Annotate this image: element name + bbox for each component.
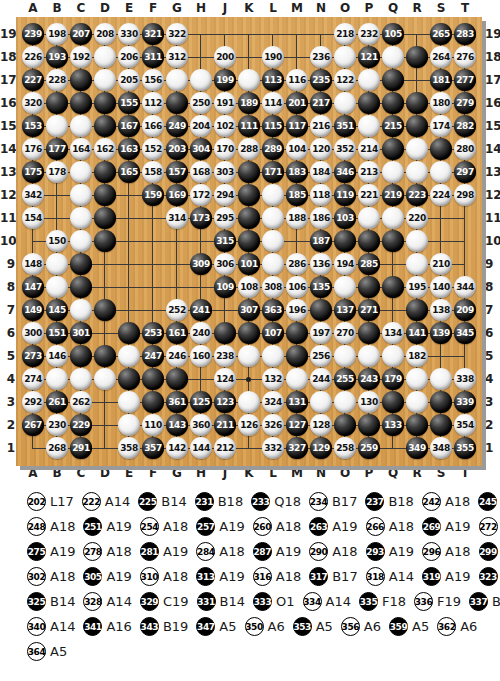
black-stone-E4 [118,368,140,390]
black-stone-C17 [70,69,92,91]
caption-move-coordinate: B17 [332,569,357,584]
coord-label-col-G: G [165,0,189,17]
white-stone-L8: 308 [262,276,284,298]
coord-label-col-T: T [453,466,477,482]
white-stone-J11: 295 [214,207,236,229]
board-point-E10 [117,230,141,253]
board-point-K5 [237,345,261,368]
board-point-K2: 126 [237,414,261,437]
black-stone-M12: 185 [286,184,308,206]
white-stone-D14: 162 [94,138,116,160]
white-stone-N18: 236 [310,46,332,68]
black-move-number-circle: 269 [422,517,441,536]
white-stone-G11: 314 [166,207,188,229]
board-point-T10 [453,230,477,253]
board-point-A13: 175 [21,161,45,184]
black-stone-G6: 161 [166,322,188,344]
board-point-F19: 321 [141,23,165,46]
board-point-P17 [357,69,381,92]
white-stone-S16: 180 [430,92,452,114]
caption-move-333: 333O1 [253,592,295,611]
white-stone-T18: 276 [454,46,476,68]
black-stone-P6 [358,322,380,344]
black-stone-L7: 363 [262,299,284,321]
white-stone-L2: 326 [262,414,284,436]
white-stone-L9 [262,253,284,275]
black-move-number-circle: 343 [140,617,159,636]
board-point-M4 [285,368,309,391]
board-point-A15: 153 [21,115,45,138]
coord-label-col-J: J [213,466,237,482]
black-stone-T15: 282 [454,115,476,137]
board-point-B13: 178 [45,161,69,184]
black-stone-B6: 151 [46,322,68,344]
board-point-Q6: 134 [381,322,405,345]
board-point-H7: 241 [189,299,213,322]
black-stone-D10 [94,230,116,252]
black-stone-K12 [238,184,260,206]
white-move-number-circle: 310 [140,567,159,586]
coord-label-row-18: 18 [0,46,16,69]
coord-label-row-7: 7 [482,299,498,322]
board-point-E5 [117,345,141,368]
caption-move-coordinate: C19 [163,594,189,609]
board-point-S6: 139 [429,322,453,345]
caption-move-364: 364A5 [27,642,67,661]
board-point-D17 [93,69,117,92]
board-point-L7: 363 [261,299,285,322]
black-stone-S2 [430,414,452,436]
board-point-P9: 285 [357,253,381,276]
caption-move-290: 290A18 [309,542,357,561]
board-point-C6: 301 [69,322,93,345]
board-point-S5 [429,345,453,368]
caption-move-359: 359A5 [389,617,429,636]
board-point-K14: 288 [237,138,261,161]
board-point-D10 [93,230,117,253]
black-stone-T7: 209 [454,299,476,321]
white-stone-J16: 191 [214,92,236,114]
black-stone-D7 [94,299,116,321]
board-point-D14: 162 [93,138,117,161]
board-point-O18 [333,46,357,69]
board-point-E17: 205 [117,69,141,92]
board-point-H15: 204 [189,115,213,138]
board-point-F2: 110 [141,414,165,437]
board-point-L2: 326 [261,414,285,437]
board-point-G8 [165,276,189,299]
white-stone-P11 [358,207,380,229]
black-stone-T6: 345 [454,322,476,344]
board-point-N13: 184 [309,161,333,184]
coord-label-row-19: 19 [0,23,16,46]
board-point-K9: 101 [237,253,261,276]
star-point-K4 [246,377,251,382]
board-point-D7 [93,299,117,322]
white-stone-O6: 270 [334,322,356,344]
caption-move-222: 222A14 [82,492,130,511]
board-point-H3: 125 [189,391,213,414]
coord-label-row-10: 10 [0,230,16,253]
black-stone-A15: 153 [22,115,44,137]
caption-move-coordinate: B18 [218,494,243,509]
caption-move-coordinate: A5 [50,644,67,659]
white-stone-O3 [334,391,356,413]
coord-label-col-J: J [213,0,237,17]
white-stone-B13: 178 [46,161,68,183]
board-point-F6: 253 [141,322,165,345]
board-point-E13: 165 [117,161,141,184]
coord-label-row-5: 5 [482,345,498,368]
board-point-L3: 324 [261,391,285,414]
black-stone-P16 [358,92,380,114]
board-point-M14: 104 [285,138,309,161]
goban-grid: 2391982072083303213222182321052652832261… [21,23,477,460]
board-point-L19 [261,23,285,46]
board-point-H2: 360 [189,414,213,437]
white-stone-B2: 230 [46,414,68,436]
caption-row-6: 340A14341A16343B19347A5350A6353A5356A635… [27,614,500,639]
caption-move-318: 318A14 [366,567,414,586]
white-stone-M17: 116 [286,69,308,91]
board-point-P16 [357,92,381,115]
board-point-F9 [141,253,165,276]
white-stone-J14: 170 [214,138,236,160]
white-stone-R8: 195 [406,276,428,298]
board-point-F4 [141,368,165,391]
board-point-L1: 332 [261,437,285,460]
black-stone-R15 [406,115,428,137]
black-stone-Q17 [382,69,404,91]
white-stone-J4: 124 [214,368,236,390]
white-stone-S12: 224 [430,184,452,206]
black-stone-D13 [94,161,116,183]
white-stone-M9: 286 [286,253,308,275]
coord-label-row-6: 6 [0,322,16,345]
board-point-Q2: 133 [381,414,405,437]
white-stone-A18: 226 [22,46,44,68]
board-point-L18: 190 [261,46,285,69]
black-stone-F4 [142,368,164,390]
coord-label-col-Q: Q [381,0,405,17]
board-point-N11: 186 [309,207,333,230]
white-stone-D17 [94,69,116,91]
black-stone-J3: 123 [214,391,236,413]
caption-move-237: 237B18 [365,492,413,511]
white-stone-J13: 303 [214,161,236,183]
board-point-Q1 [381,437,405,460]
black-stone-N16: 217 [310,92,332,114]
black-stone-B3: 261 [46,391,68,413]
board-point-D2 [93,414,117,437]
white-stone-D18 [94,46,116,68]
board-point-C10 [69,230,93,253]
black-stone-S19: 265 [430,23,452,45]
board-point-T5 [453,345,477,368]
white-stone-P13: 213 [358,161,380,183]
board-point-D5 [93,345,117,368]
white-stone-H12: 172 [190,184,212,206]
board-point-B6: 151 [45,322,69,345]
coord-label-col-P: P [357,466,381,482]
white-stone-N9: 136 [310,253,332,275]
white-stone-Q5 [382,345,404,367]
coord-label-row-17: 17 [482,69,498,92]
black-stone-E13: 165 [118,161,140,183]
caption-move-353: 353A5 [293,617,333,636]
black-stone-A2: 267 [22,414,44,436]
black-stone-Q12: 219 [382,184,404,206]
board-point-D13 [93,161,117,184]
board-point-P15 [357,115,381,138]
board-point-N2: 128 [309,414,333,437]
board-point-J11: 295 [213,207,237,230]
white-stone-B15 [46,115,68,137]
black-stone-G15: 249 [166,115,188,137]
caption-move-coordinate: A14 [326,594,351,609]
caption-move-341: 341A16 [83,617,131,636]
caption-move-242: 242A18 [422,492,470,511]
black-stone-M1: 327 [286,437,308,459]
white-stone-S4 [430,368,452,390]
board-point-Q5 [381,345,405,368]
board-point-D19: 208 [93,23,117,46]
right-coordinates: 19181716151413121110987654321 [482,17,498,466]
white-stone-P3: 130 [358,391,380,413]
caption-move-coordinate: A19 [445,519,470,534]
board-point-M3: 131 [285,391,309,414]
caption-move-coordinate: O1 [276,594,295,609]
coord-label-col-E: E [117,0,141,17]
board-point-L11 [261,207,285,230]
black-stone-Q8 [382,276,404,298]
black-stone-F3 [142,391,164,413]
board-point-F11 [141,207,165,230]
white-stone-H1: 144 [190,437,212,459]
black-stone-B14: 177 [46,138,68,160]
board-point-R2 [405,414,429,437]
white-stone-M8: 106 [286,276,308,298]
caption-move-254: 254A18 [140,517,188,536]
board-point-A19: 239 [21,23,45,46]
board-point-Q8 [381,276,405,299]
black-stone-F5: 247 [142,345,164,367]
black-stone-O11: 103 [334,207,356,229]
white-move-number-circle: 340 [27,617,46,636]
caption-move-coordinate: A18 [163,569,188,584]
white-move-number-circle: 202 [27,492,46,511]
black-stone-C19: 207 [70,23,92,45]
board-point-C16 [69,92,93,115]
black-stone-K6 [238,322,260,344]
coord-label-row-7: 7 [0,299,16,322]
board-point-M15: 117 [285,115,309,138]
black-stone-T17: 277 [454,69,476,91]
caption-move-coordinate: A5 [219,619,236,634]
board-point-M19 [285,23,309,46]
caption-move-340: 340A14 [27,617,75,636]
board-point-N3 [309,391,333,414]
board-point-C15 [69,115,93,138]
board-point-L9 [261,253,285,276]
caption-move-coordinate: A16 [106,619,131,634]
board-point-R7 [405,299,429,322]
black-stone-L15: 115 [262,115,284,137]
board-point-M6 [285,322,309,345]
board-point-N12: 118 [309,184,333,207]
caption-move-245: 245A19 [478,492,500,511]
board-point-N18: 236 [309,46,333,69]
board-point-N8: 135 [309,276,333,299]
board-point-G14: 203 [165,138,189,161]
board-point-P6 [357,322,381,345]
white-stone-R11: 220 [406,207,428,229]
board-point-L13: 171 [261,161,285,184]
white-stone-G1: 142 [166,437,188,459]
board-point-B14: 177 [45,138,69,161]
caption-move-coordinate: A19 [50,544,75,559]
coord-label-row-14: 14 [0,138,16,161]
black-stone-R12: 223 [406,184,428,206]
board-point-T3: 339 [453,391,477,414]
coord-label-row-9: 9 [482,253,498,276]
white-stone-L10 [262,230,284,252]
board-point-N9: 136 [309,253,333,276]
white-move-number-circle: 266 [366,517,385,536]
black-stone-C5 [70,345,92,367]
black-stone-P1: 259 [358,437,380,459]
white-stone-O18 [334,46,356,68]
board-point-A7: 149 [21,299,45,322]
caption-move-278: 278A18 [83,542,131,561]
black-stone-N10: 187 [310,230,332,252]
white-move-number-circle: 290 [309,542,328,561]
white-stone-H6: 240 [190,322,212,344]
white-stone-A9: 148 [22,253,44,275]
board-point-G10 [165,230,189,253]
caption-row-3: 275A19278A18281A19284A18287A19290A18293A… [27,539,500,564]
black-move-number-circle: 319 [422,567,441,586]
white-stone-G19: 322 [166,23,188,45]
white-move-number-circle: 260 [253,517,272,536]
black-stone-E14: 163 [118,138,140,160]
board-point-E3 [117,391,141,414]
caption-move-347: 347A5 [196,617,236,636]
white-stone-R9 [406,253,428,275]
board-point-K11 [237,207,261,230]
coord-label-row-2: 2 [0,414,16,437]
caption-move-coordinate: A6 [268,619,285,634]
white-stone-G17 [166,69,188,91]
white-stone-L5 [262,345,284,367]
caption-move-323: 323A15 [479,567,500,586]
board-point-T13: 297 [453,161,477,184]
black-stone-T1: 355 [454,437,476,459]
board-point-C4 [69,368,93,391]
caption-move-263: 263A19 [309,517,357,536]
white-stone-R4 [406,368,428,390]
black-move-number-circle: 231 [195,492,214,511]
board-point-R14 [405,138,429,161]
coord-label-row-1: 1 [482,437,498,460]
caption-move-362: 362A6 [437,617,477,636]
white-stone-R3 [406,391,428,413]
board-point-C11 [69,207,93,230]
board-point-M13: 183 [285,161,309,184]
coord-label-col-O: O [333,0,357,17]
white-stone-L11 [262,207,284,229]
black-stone-S14 [430,138,452,160]
board-point-A1 [21,437,45,460]
board-point-T2: 354 [453,414,477,437]
black-stone-J2: 211 [214,414,236,436]
caption-move-coordinate: A19 [389,544,414,559]
caption-row-2: 248A18251A19254A18257A19260A18263A19266A… [27,514,500,539]
board-point-G15: 249 [165,115,189,138]
caption-move-coordinate: A5 [412,619,429,634]
top-coordinates: ABCDEFGHJKLMNOPQRST [21,0,500,17]
board-point-G6: 161 [165,322,189,345]
white-move-number-circle: 272 [479,517,498,536]
white-stone-H5: 160 [190,345,212,367]
white-stone-K17 [238,69,260,91]
caption-move-coordinate: A18 [50,519,75,534]
board-point-P19: 232 [357,23,381,46]
board-point-A8: 147 [21,276,45,299]
white-stone-K2: 126 [238,414,260,436]
white-stone-J18: 200 [214,46,236,68]
board-point-R16 [405,92,429,115]
board-point-F15: 166 [141,115,165,138]
coord-label-col-E: E [117,466,141,482]
board-point-E6 [117,322,141,345]
board-point-C8 [69,276,93,299]
black-stone-K13 [238,161,260,183]
board-point-D3 [93,391,117,414]
caption-move-234: 234B17 [309,492,357,511]
white-stone-Q11 [382,207,404,229]
coord-label-col-C: C [69,0,93,17]
black-stone-P10 [358,230,380,252]
caption-move-coordinate: B14 [161,494,186,509]
board-point-E4 [117,368,141,391]
board-point-H4 [189,368,213,391]
board-point-G5: 246 [165,345,189,368]
board-point-E11 [117,207,141,230]
board-point-B7: 145 [45,299,69,322]
white-stone-B5: 146 [46,345,68,367]
black-move-number-circle: 237 [365,492,384,511]
white-stone-A6: 300 [22,322,44,344]
board-point-K1 [237,437,261,460]
board-point-Q13 [381,161,405,184]
white-stone-M11: 188 [286,207,308,229]
white-stone-H2: 360 [190,414,212,436]
board-point-S13 [429,161,453,184]
white-stone-M14: 104 [286,138,308,160]
black-stone-L13: 171 [262,161,284,183]
board-point-R9 [405,253,429,276]
caption-move-281: 281A19 [140,542,188,561]
board-point-D1 [93,437,117,460]
coord-label-row-3: 3 [0,391,16,414]
coord-label-col-O: O [333,466,357,482]
caption-move-293: 293A19 [366,542,414,561]
board-point-M11: 188 [285,207,309,230]
board-point-D18 [93,46,117,69]
black-stone-L17: 113 [262,69,284,91]
board-point-P3: 130 [357,391,381,414]
